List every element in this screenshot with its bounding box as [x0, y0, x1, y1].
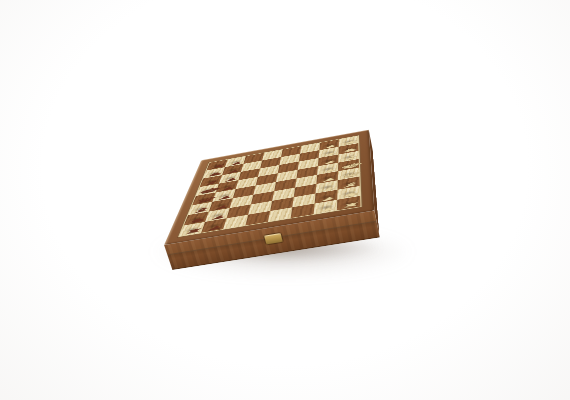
piece-shadow — [183, 226, 201, 233]
square-b5 — [248, 201, 272, 215]
square-c3 — [294, 184, 317, 197]
square-a2: ♟ — [314, 200, 338, 214]
piece-shadow — [317, 204, 335, 211]
piece-white-bishop: ♝ — [337, 179, 364, 189]
piece-shadow — [340, 180, 357, 187]
piece-white-pawn: ♟ — [317, 195, 337, 203]
piece-black-rook: ♜ — [181, 227, 206, 236]
piece-white-knight: ♞ — [338, 190, 364, 200]
square-a4 — [268, 207, 292, 221]
piece-white-rook: ♜ — [338, 201, 362, 210]
chess-box: ♜♟♟♜♞♟♟♞♝♟♟♝♚♟♟♚♛♟♟♛♝♟♟♝♞♟♟♞♜♟♟♜ — [164, 130, 374, 245]
piece-white-pawn: ♟ — [319, 176, 338, 183]
piece-black-bishop: ♝ — [188, 205, 216, 215]
square-a6 — [223, 215, 248, 229]
piece-shadow — [318, 184, 335, 191]
square-a7: ♟ — [201, 218, 226, 232]
square-c6 — [230, 195, 254, 208]
piece-black-pawn: ♟ — [204, 224, 225, 232]
square-d3 — [295, 175, 317, 188]
piece-black-pawn: ♟ — [208, 214, 229, 222]
square-c4 — [272, 188, 295, 201]
piece-shadow — [340, 200, 358, 207]
square-c2: ♟ — [316, 180, 338, 193]
piece-shadow — [319, 175, 335, 182]
piece-white-pawn: ♟ — [318, 185, 338, 192]
product-photo: ♜♟♟♜♞♟♟♞♝♟♟♝♚♟♟♚♛♟♟♛♝♟♟♝♞♟♟♞♜♟♟♜ — [0, 0, 570, 400]
square-d1: ♛ — [338, 168, 360, 181]
square-c5 — [251, 191, 274, 204]
piece-shadow — [187, 215, 205, 222]
square-b2: ♟ — [315, 190, 338, 204]
square-a3 — [291, 204, 315, 218]
square-c1: ♝ — [338, 177, 360, 190]
piece-white-queen: ♛ — [336, 170, 365, 181]
piece-shadow — [318, 193, 335, 200]
square-b7: ♟ — [205, 208, 230, 222]
piece-white-pawn: ♟ — [317, 206, 338, 214]
square-b4 — [270, 197, 294, 211]
square-b6 — [227, 204, 251, 218]
square-a8: ♜ — [179, 222, 205, 236]
scene: ♜♟♟♜♞♟♟♞♝♟♟♝♚♟♟♚♛♟♟♛♝♟♟♝♞♟♟♞♜♟♟♜ — [0, 0, 570, 400]
piece-shadow — [205, 222, 223, 229]
square-a1: ♜ — [337, 196, 360, 210]
square-b8: ♞ — [184, 212, 209, 226]
piece-black-knight: ♞ — [184, 216, 210, 226]
piece-shadow — [209, 212, 227, 219]
piece-shadow — [340, 190, 357, 197]
square-a5 — [245, 211, 270, 225]
square-b3 — [292, 193, 315, 207]
square-b1: ♞ — [337, 186, 360, 200]
